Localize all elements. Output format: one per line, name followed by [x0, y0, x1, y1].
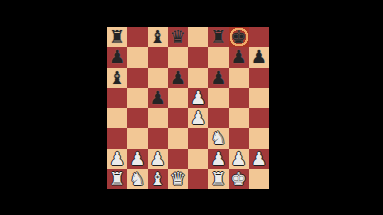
square-h5[interactable] [249, 88, 269, 108]
square-c2[interactable]: ♟ [148, 149, 168, 169]
square-g3[interactable] [229, 128, 249, 148]
piece-white-bishop[interactable]: ♝ [150, 170, 166, 188]
square-d8[interactable]: ♛ [168, 27, 188, 47]
square-c5[interactable]: ♟ [148, 88, 168, 108]
square-e1[interactable] [188, 169, 208, 189]
piece-black-rook[interactable]: ♜ [210, 28, 226, 46]
square-f4[interactable] [208, 108, 228, 128]
square-h3[interactable] [249, 128, 269, 148]
piece-white-pawn[interactable]: ♟ [129, 150, 145, 168]
square-c6[interactable] [148, 68, 168, 88]
square-d7[interactable] [168, 47, 188, 67]
piece-black-rook[interactable]: ♜ [109, 28, 125, 46]
square-a6[interactable]: ♝ [107, 68, 127, 88]
square-d1[interactable]: ♛ [168, 169, 188, 189]
square-h8[interactable] [249, 27, 269, 47]
piece-white-pawn[interactable]: ♟ [190, 109, 206, 127]
square-f1[interactable]: ♜ [208, 169, 228, 189]
square-e3[interactable] [188, 128, 208, 148]
square-b4[interactable] [127, 108, 147, 128]
piece-black-queen[interactable]: ♛ [170, 28, 186, 46]
piece-black-bishop[interactable]: ♝ [150, 28, 166, 46]
square-g2[interactable]: ♟ [229, 149, 249, 169]
square-e7[interactable] [188, 47, 208, 67]
square-d4[interactable] [168, 108, 188, 128]
square-d2[interactable] [168, 149, 188, 169]
square-g5[interactable] [229, 88, 249, 108]
square-f3[interactable]: ♞ [208, 128, 228, 148]
piece-white-rook[interactable]: ♜ [210, 170, 226, 188]
square-b7[interactable] [127, 47, 147, 67]
piece-white-queen[interactable]: ♛ [170, 170, 186, 188]
square-b5[interactable] [127, 88, 147, 108]
piece-black-pawn[interactable]: ♟ [109, 48, 125, 66]
piece-white-pawn[interactable]: ♟ [109, 150, 125, 168]
square-b2[interactable]: ♟ [127, 149, 147, 169]
chess-board: ♜♝♛♜♚♟♟♟♝♟♟♟♟♟♞♟♟♟♟♟♟♜♞♝♛♜♚ [107, 27, 269, 189]
square-g6[interactable] [229, 68, 249, 88]
piece-black-bishop[interactable]: ♝ [109, 69, 125, 87]
square-b3[interactable] [127, 128, 147, 148]
square-e4[interactable]: ♟ [188, 108, 208, 128]
square-h6[interactable] [249, 68, 269, 88]
piece-black-pawn[interactable]: ♟ [231, 48, 247, 66]
square-a8[interactable]: ♜ [107, 27, 127, 47]
square-f7[interactable] [208, 47, 228, 67]
square-h1[interactable] [249, 169, 269, 189]
piece-white-pawn[interactable]: ♟ [231, 150, 247, 168]
square-e8[interactable] [188, 27, 208, 47]
piece-black-pawn[interactable]: ♟ [251, 48, 267, 66]
piece-white-pawn[interactable]: ♟ [251, 150, 267, 168]
square-e6[interactable] [188, 68, 208, 88]
square-a2[interactable]: ♟ [107, 149, 127, 169]
square-b6[interactable] [127, 68, 147, 88]
square-a3[interactable] [107, 128, 127, 148]
square-a1[interactable]: ♜ [107, 169, 127, 189]
square-g1[interactable]: ♚ [229, 169, 249, 189]
square-h2[interactable]: ♟ [249, 149, 269, 169]
piece-black-pawn[interactable]: ♟ [210, 69, 226, 87]
piece-black-pawn[interactable]: ♟ [150, 89, 166, 107]
piece-white-pawn[interactable]: ♟ [190, 89, 206, 107]
square-c4[interactable] [148, 108, 168, 128]
square-g7[interactable]: ♟ [229, 47, 249, 67]
square-c7[interactable] [148, 47, 168, 67]
square-d3[interactable] [168, 128, 188, 148]
square-b1[interactable]: ♞ [127, 169, 147, 189]
square-e2[interactable] [188, 149, 208, 169]
piece-white-rook[interactable]: ♜ [109, 170, 125, 188]
piece-white-knight[interactable]: ♞ [210, 129, 226, 147]
piece-white-pawn[interactable]: ♟ [210, 150, 226, 168]
square-c8[interactable]: ♝ [148, 27, 168, 47]
piece-white-pawn[interactable]: ♟ [150, 150, 166, 168]
square-f8[interactable]: ♜ [208, 27, 228, 47]
piece-black-king[interactable]: ♚ [231, 28, 247, 46]
piece-white-knight[interactable]: ♞ [129, 170, 145, 188]
square-d6[interactable]: ♟ [168, 68, 188, 88]
square-f2[interactable]: ♟ [208, 149, 228, 169]
square-f6[interactable]: ♟ [208, 68, 228, 88]
square-e5[interactable]: ♟ [188, 88, 208, 108]
square-a5[interactable] [107, 88, 127, 108]
square-b8[interactable] [127, 27, 147, 47]
piece-black-pawn[interactable]: ♟ [170, 69, 186, 87]
square-h4[interactable] [249, 108, 269, 128]
square-g8[interactable]: ♚ [229, 27, 249, 47]
square-c3[interactable] [148, 128, 168, 148]
square-f5[interactable] [208, 88, 228, 108]
square-c1[interactable]: ♝ [148, 169, 168, 189]
square-d5[interactable] [168, 88, 188, 108]
square-a7[interactable]: ♟ [107, 47, 127, 67]
square-g4[interactable] [229, 108, 249, 128]
square-a4[interactable] [107, 108, 127, 128]
piece-white-king[interactable]: ♚ [231, 170, 247, 188]
square-h7[interactable]: ♟ [249, 47, 269, 67]
app-background: ♜♝♛♜♚♟♟♟♝♟♟♟♟♟♞♟♟♟♟♟♟♜♞♝♛♜♚ [0, 0, 383, 215]
